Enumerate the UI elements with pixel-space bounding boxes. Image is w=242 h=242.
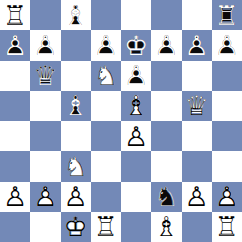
king-outline-icon: ♔ xyxy=(121,30,151,60)
pawn-outline-icon: ♙ xyxy=(182,182,212,212)
square-e1[interactable] xyxy=(121,212,151,242)
black-king[interactable]: ♚♔ xyxy=(121,30,151,60)
knight-icon: ♞ xyxy=(91,61,121,91)
pawn-outline-icon: ♙ xyxy=(182,30,212,60)
pawn-outline-icon: ♙ xyxy=(91,30,121,60)
square-h2[interactable]: ♟♙ xyxy=(212,182,242,212)
king-outline-icon: ♔ xyxy=(61,212,91,242)
pawn-outline-icon: ♙ xyxy=(212,182,242,212)
square-f6[interactable] xyxy=(151,61,181,91)
square-e5[interactable]: ♝♗ xyxy=(121,91,151,121)
square-g5[interactable]: ♛♕ xyxy=(182,91,212,121)
rook-icon: ♜ xyxy=(0,0,30,30)
square-b7[interactable]: ♟♙ xyxy=(30,30,60,60)
black-pawn[interactable]: ♟♙ xyxy=(151,30,181,60)
square-d7[interactable]: ♟♙ xyxy=(91,30,121,60)
queen-icon: ♛ xyxy=(182,91,212,121)
square-d4[interactable] xyxy=(91,121,121,151)
square-e6[interactable]: ♟♙ xyxy=(121,61,151,91)
pawn-icon: ♟ xyxy=(91,30,121,60)
black-pawn[interactable]: ♟♙ xyxy=(30,30,60,60)
square-c3[interactable]: ♞♘ xyxy=(61,151,91,181)
white-pawn[interactable]: ♟♙ xyxy=(121,121,151,151)
knight-icon: ♞ xyxy=(151,182,181,212)
pawn-outline-icon: ♙ xyxy=(121,61,151,91)
square-c7[interactable] xyxy=(61,30,91,60)
rook-outline-icon: ♖ xyxy=(212,212,242,242)
white-knight[interactable]: ♞♘ xyxy=(61,151,91,181)
square-h6[interactable] xyxy=(212,61,242,91)
square-b4[interactable] xyxy=(30,121,60,151)
square-e7[interactable]: ♚♔ xyxy=(121,30,151,60)
square-c5[interactable]: ♝♗ xyxy=(61,91,91,121)
square-b1[interactable] xyxy=(30,212,60,242)
square-g2[interactable]: ♟♙ xyxy=(182,182,212,212)
square-h8[interactable]: ♜♖ xyxy=(212,0,242,30)
white-bishop[interactable]: ♝♗ xyxy=(151,212,181,242)
square-f4[interactable] xyxy=(151,121,181,151)
white-pawn[interactable]: ♟♙ xyxy=(0,182,30,212)
square-a8[interactable]: ♜♖ xyxy=(0,0,30,30)
square-a2[interactable]: ♟♙ xyxy=(0,182,30,212)
square-a7[interactable]: ♟♙ xyxy=(0,30,30,60)
king-icon: ♚ xyxy=(61,212,91,242)
square-c4[interactable] xyxy=(61,121,91,151)
black-pawn[interactable]: ♟♙ xyxy=(182,30,212,60)
square-a6[interactable] xyxy=(0,61,30,91)
black-pawn[interactable]: ♟♙ xyxy=(121,61,151,91)
square-c1[interactable]: ♚♔ xyxy=(61,212,91,242)
square-f2[interactable]: ♞♘ xyxy=(151,182,181,212)
white-pawn[interactable]: ♟♙ xyxy=(212,182,242,212)
square-e8[interactable] xyxy=(121,0,151,30)
square-b2[interactable]: ♟♙ xyxy=(30,182,60,212)
square-a5[interactable] xyxy=(0,91,30,121)
square-a1[interactable] xyxy=(0,212,30,242)
white-bishop[interactable]: ♝♗ xyxy=(121,91,151,121)
black-pawn[interactable]: ♟♙ xyxy=(91,30,121,60)
bishop-icon: ♝ xyxy=(61,0,91,30)
pawn-outline-icon: ♙ xyxy=(212,30,242,60)
square-b3[interactable] xyxy=(30,151,60,181)
square-c2[interactable]: ♟♙ xyxy=(61,182,91,212)
white-pawn[interactable]: ♟♙ xyxy=(30,182,60,212)
rook-icon: ♜ xyxy=(212,0,242,30)
pawn-icon: ♟ xyxy=(0,182,30,212)
bishop-outline-icon: ♗ xyxy=(61,91,91,121)
square-e3[interactable] xyxy=(121,151,151,181)
square-d5[interactable] xyxy=(91,91,121,121)
pawn-icon: ♟ xyxy=(182,182,212,212)
rook-outline-icon: ♖ xyxy=(0,0,30,30)
black-queen[interactable]: ♛♕ xyxy=(30,61,60,91)
black-bishop[interactable]: ♝♗ xyxy=(61,91,91,121)
bishop-outline-icon: ♗ xyxy=(121,91,151,121)
white-rook[interactable]: ♜♖ xyxy=(212,212,242,242)
bishop-icon: ♝ xyxy=(121,91,151,121)
square-h5[interactable] xyxy=(212,91,242,121)
rook-icon: ♜ xyxy=(91,212,121,242)
pawn-outline-icon: ♙ xyxy=(121,121,151,151)
queen-outline-icon: ♕ xyxy=(30,61,60,91)
square-h7[interactable]: ♟♙ xyxy=(212,30,242,60)
pawn-icon: ♟ xyxy=(121,61,151,91)
knight-outline-icon: ♘ xyxy=(91,61,121,91)
pawn-icon: ♟ xyxy=(0,30,30,60)
black-bishop[interactable]: ♝♗ xyxy=(61,0,91,30)
square-c6[interactable] xyxy=(61,61,91,91)
black-pawn[interactable]: ♟♙ xyxy=(0,30,30,60)
square-b8[interactable] xyxy=(30,0,60,30)
pawn-outline-icon: ♙ xyxy=(0,30,30,60)
square-h1[interactable]: ♜♖ xyxy=(212,212,242,242)
white-rook[interactable]: ♜♖ xyxy=(91,212,121,242)
square-a4[interactable] xyxy=(0,121,30,151)
square-b6[interactable]: ♛♕ xyxy=(30,61,60,91)
pawn-icon: ♟ xyxy=(182,30,212,60)
square-g7[interactable]: ♟♙ xyxy=(182,30,212,60)
square-f8[interactable] xyxy=(151,0,181,30)
black-pawn[interactable]: ♟♙ xyxy=(212,30,242,60)
black-rook[interactable]: ♜♖ xyxy=(212,0,242,30)
pawn-outline-icon: ♙ xyxy=(61,182,91,212)
pawn-outline-icon: ♙ xyxy=(151,30,181,60)
white-pawn[interactable]: ♟♙ xyxy=(61,182,91,212)
square-b5[interactable] xyxy=(30,91,60,121)
pawn-icon: ♟ xyxy=(151,30,181,60)
pawn-icon: ♟ xyxy=(212,182,242,212)
pawn-icon: ♟ xyxy=(212,30,242,60)
square-f3[interactable] xyxy=(151,151,181,181)
knight-icon: ♞ xyxy=(61,151,91,181)
pawn-outline-icon: ♙ xyxy=(30,30,60,60)
pawn-outline-icon: ♙ xyxy=(0,182,30,212)
knight-outline-icon: ♘ xyxy=(151,182,181,212)
white-king[interactable]: ♚♔ xyxy=(61,212,91,242)
square-c8[interactable]: ♝♗ xyxy=(61,0,91,30)
pawn-outline-icon: ♙ xyxy=(30,182,60,212)
square-e2[interactable] xyxy=(121,182,151,212)
pawn-icon: ♟ xyxy=(121,121,151,151)
square-d2[interactable] xyxy=(91,182,121,212)
square-h3[interactable] xyxy=(212,151,242,181)
square-d6[interactable]: ♞♘ xyxy=(91,61,121,91)
white-knight[interactable]: ♞♘ xyxy=(91,61,121,91)
pawn-icon: ♟ xyxy=(30,30,60,60)
square-g1[interactable] xyxy=(182,212,212,242)
bishop-outline-icon: ♗ xyxy=(61,0,91,30)
black-knight[interactable]: ♞♘ xyxy=(151,182,181,212)
square-g8[interactable] xyxy=(182,0,212,30)
square-f5[interactable] xyxy=(151,91,181,121)
square-e4[interactable]: ♟♙ xyxy=(121,121,151,151)
square-a3[interactable] xyxy=(0,151,30,181)
white-rook[interactable]: ♜♖ xyxy=(0,0,30,30)
chess-board: ♜♖♝♗♜♖♟♙♟♙♟♙♚♔♟♙♟♙♟♙♛♕♞♘♟♙♝♗♝♗♛♕♟♙♞♘♟♙♟♙… xyxy=(0,0,242,242)
square-g4[interactable] xyxy=(182,121,212,151)
bishop-outline-icon: ♗ xyxy=(151,212,181,242)
square-h4[interactable] xyxy=(212,121,242,151)
square-d3[interactable] xyxy=(91,151,121,181)
square-g6[interactable] xyxy=(182,61,212,91)
square-f7[interactable]: ♟♙ xyxy=(151,30,181,60)
queen-icon: ♛ xyxy=(30,61,60,91)
rook-outline-icon: ♖ xyxy=(91,212,121,242)
king-icon: ♚ xyxy=(121,30,151,60)
bishop-icon: ♝ xyxy=(61,91,91,121)
pawn-icon: ♟ xyxy=(30,182,60,212)
knight-outline-icon: ♘ xyxy=(61,151,91,181)
square-d8[interactable] xyxy=(91,0,121,30)
pawn-icon: ♟ xyxy=(61,182,91,212)
square-d1[interactable]: ♜♖ xyxy=(91,212,121,242)
square-f1[interactable]: ♝♗ xyxy=(151,212,181,242)
bishop-icon: ♝ xyxy=(151,212,181,242)
white-queen[interactable]: ♛♕ xyxy=(182,91,212,121)
rook-icon: ♜ xyxy=(212,212,242,242)
rook-outline-icon: ♖ xyxy=(212,0,242,30)
queen-outline-icon: ♕ xyxy=(182,91,212,121)
white-pawn[interactable]: ♟♙ xyxy=(182,182,212,212)
square-g3[interactable] xyxy=(182,151,212,181)
